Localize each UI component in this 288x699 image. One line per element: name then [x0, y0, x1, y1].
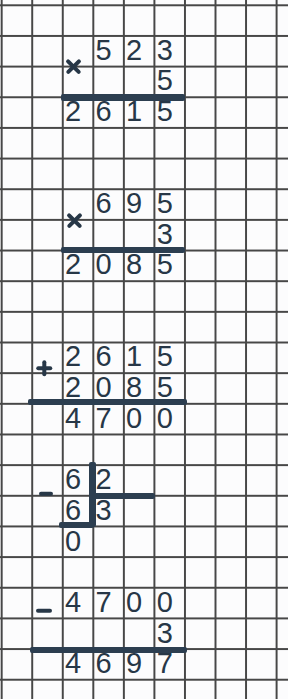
digit-cell: 8: [119, 250, 150, 281]
digit-cell: 5: [149, 250, 180, 281]
digit-cell: 3: [149, 219, 180, 250]
digit-cell: 5: [149, 188, 180, 219]
digit-cell: 5: [149, 342, 180, 373]
digit-cell: 1: [119, 96, 150, 127]
digit-cell: 0: [119, 587, 150, 618]
multiplication-sign-2: [65, 211, 84, 230]
digit-cell: 3: [149, 618, 180, 649]
minus-sign-subtraction: [36, 608, 52, 612]
digit-cell: 9: [119, 188, 150, 219]
answer-line-multiplication-1: [61, 94, 185, 100]
answer-line-subtraction: [30, 647, 187, 653]
digit-cell: 0: [149, 403, 180, 434]
plus-sign-addition: [36, 360, 52, 376]
answer-line-addition: [28, 399, 187, 405]
digit-cell: 6: [88, 96, 119, 127]
digit-cell: 4: [58, 403, 89, 434]
division-subtraction-line: [59, 522, 94, 528]
digit-cell: 2: [119, 35, 150, 66]
minus-sign-division: [39, 492, 53, 496]
digit-cell: 0: [58, 526, 89, 557]
digit-cell: 5: [149, 96, 180, 127]
digit-cell: 6: [88, 188, 119, 219]
digit-cell: 7: [88, 403, 119, 434]
digit-cell: 6: [88, 342, 119, 373]
digit-cell: 2: [58, 250, 89, 281]
digit-cell: 0: [88, 250, 119, 281]
digit-cell: 6: [58, 464, 89, 495]
worksheet-content: 5235261569532085261520854700626304700346…: [0, 0, 288, 699]
digit-cell: 0: [119, 403, 150, 434]
digit-cell: 2: [58, 96, 89, 127]
squared-paper-worksheet: 5235261569532085261520854700626304700346…: [0, 0, 288, 699]
digit-cell: 0: [149, 587, 180, 618]
answer-line-multiplication-2: [61, 247, 185, 253]
division-corner-horizontal: [92, 493, 155, 499]
digit-cell: 7: [88, 587, 119, 618]
plus-stroke-vertical: [42, 360, 46, 376]
digit-cell: 5: [149, 66, 180, 97]
digit-cell: 4: [58, 587, 89, 618]
digit-cell: 3: [149, 35, 180, 66]
digit-cell: 5: [88, 35, 119, 66]
digit-cell: 2: [58, 342, 89, 373]
multiplication-sign-1: [64, 57, 83, 76]
digit-cell: 1: [119, 342, 150, 373]
